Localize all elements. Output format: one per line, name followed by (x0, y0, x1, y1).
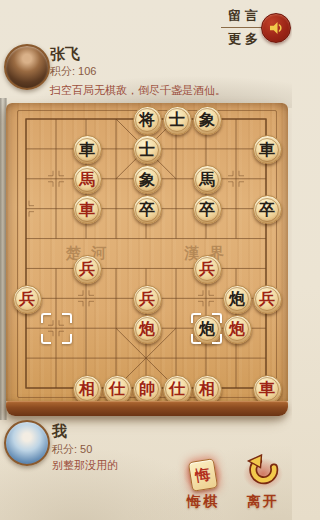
opponent-name: 张飞 (50, 45, 80, 64)
piece-red-兵[interactable]: 兵 (73, 255, 102, 284)
piece-red-兵[interactable]: 兵 (253, 285, 282, 314)
piece-black-炮[interactable]: 炮 (193, 315, 222, 344)
opponent-score: 积分: 106 (50, 64, 96, 79)
my-score: 积分: 50 (52, 442, 92, 457)
leave-button[interactable]: 离开 (237, 454, 289, 511)
piece-red-相[interactable]: 相 (73, 375, 102, 402)
opponent-chat-message: 扫空百局无棋敌，倒尽千盏是酒仙。 (50, 83, 226, 98)
board-bottom-edge (6, 401, 288, 416)
leave-label: 离开 (237, 493, 289, 511)
piece-red-炮[interactable]: 炮 (223, 315, 252, 344)
piece-red-相[interactable]: 相 (193, 375, 222, 402)
sound-button[interactable] (261, 13, 291, 43)
my-chat-message: 别整那没用的 (52, 458, 118, 473)
undo-button[interactable]: 悔 悔棋 (177, 457, 229, 511)
piece-black-将[interactable]: 将 (133, 106, 162, 135)
piece-black-卒[interactable]: 卒 (253, 195, 282, 224)
piece-red-車[interactable]: 車 (253, 375, 282, 402)
avatar-me[interactable] (4, 420, 50, 466)
piece-red-炮[interactable]: 炮 (133, 315, 162, 344)
piece-red-仕[interactable]: 仕 (103, 375, 132, 402)
avatar-opponent[interactable] (4, 44, 50, 90)
undo-tile-icon: 悔 (188, 458, 218, 492)
xiangqi-board[interactable]: 楚河 漢界 将士象車士車馬象馬車卒卒卒兵兵兵兵炮兵炮炮炮相仕帥仕相車 (6, 103, 288, 416)
my-name: 我 (52, 422, 67, 441)
piece-black-車[interactable]: 車 (73, 135, 102, 164)
piece-black-卒[interactable]: 卒 (133, 195, 162, 224)
back-arrow-icon (245, 454, 281, 486)
piece-black-士[interactable]: 士 (163, 106, 192, 135)
piece-black-象[interactable]: 象 (133, 165, 162, 194)
piece-red-馬[interactable]: 馬 (73, 165, 102, 194)
menu-divider (221, 27, 265, 28)
piece-black-車[interactable]: 車 (253, 135, 282, 164)
piece-red-兵[interactable]: 兵 (193, 255, 222, 284)
piece-red-車[interactable]: 車 (73, 195, 102, 224)
piece-black-卒[interactable]: 卒 (193, 195, 222, 224)
piece-black-馬[interactable]: 馬 (193, 165, 222, 194)
menu-item-message[interactable]: 留言 (221, 7, 265, 25)
piece-black-士[interactable]: 士 (133, 135, 162, 164)
menu-item-more[interactable]: 更多 (221, 30, 265, 48)
piece-black-炮[interactable]: 炮 (223, 285, 252, 314)
top-menu: 留言 更多 (221, 7, 265, 48)
piece-black-象[interactable]: 象 (193, 106, 222, 135)
speaker-icon (267, 19, 285, 37)
piece-red-仕[interactable]: 仕 (163, 375, 192, 402)
piece-red-兵[interactable]: 兵 (13, 285, 42, 314)
piece-red-兵[interactable]: 兵 (133, 285, 162, 314)
piece-red-帥[interactable]: 帥 (133, 375, 162, 402)
pieces-layer: 将士象車士車馬象馬車卒卒卒兵兵兵兵炮兵炮炮炮相仕帥仕相車 (6, 103, 288, 401)
undo-label: 悔棋 (177, 493, 229, 511)
board-face: 楚河 漢界 将士象車士車馬象馬車卒卒卒兵兵兵兵炮兵炮炮炮相仕帥仕相車 (6, 103, 288, 401)
last-move-marker-from (41, 313, 72, 344)
